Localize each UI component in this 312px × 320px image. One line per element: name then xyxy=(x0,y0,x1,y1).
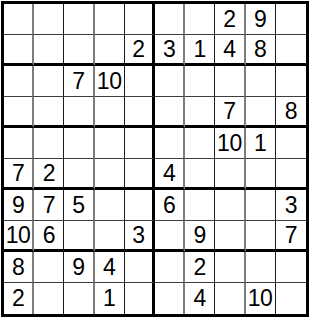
cell-r7c7[interactable] xyxy=(185,190,215,221)
cell-r4c5[interactable] xyxy=(125,97,155,128)
cell-r1c6[interactable] xyxy=(155,4,185,35)
cell-r2c8[interactable]: 4 xyxy=(215,35,245,66)
cell-r7c4[interactable] xyxy=(95,190,125,221)
cell-r6c2[interactable]: 2 xyxy=(34,159,64,190)
cell-r1c7[interactable] xyxy=(185,4,215,35)
cell-r5c4[interactable] xyxy=(95,128,125,159)
cell-r8c7[interactable]: 9 xyxy=(185,221,215,252)
cell-r4c10[interactable]: 8 xyxy=(276,97,306,128)
cell-r4c7[interactable] xyxy=(185,97,215,128)
cell-r8c5[interactable]: 3 xyxy=(125,221,155,252)
cell-r10c10[interactable] xyxy=(276,283,306,314)
cell-r4c9[interactable] xyxy=(246,97,276,128)
cell-r3c7[interactable] xyxy=(185,66,215,97)
cell-r10c7[interactable]: 4 xyxy=(185,283,215,314)
cell-r2c6[interactable]: 3 xyxy=(155,35,185,66)
cell-r10c1[interactable]: 2 xyxy=(4,283,34,314)
cell-r8c2[interactable]: 6 xyxy=(34,221,64,252)
cell-r3c10[interactable] xyxy=(276,66,306,97)
cell-r8c6[interactable] xyxy=(155,221,185,252)
cell-r8c9[interactable] xyxy=(246,221,276,252)
cell-r9c2[interactable] xyxy=(34,252,64,283)
cell-r9c4[interactable]: 4 xyxy=(95,252,125,283)
cell-r5c3[interactable] xyxy=(64,128,94,159)
cell-r4c2[interactable] xyxy=(34,97,64,128)
cell-r6c10[interactable] xyxy=(276,159,306,190)
cell-r5c6[interactable] xyxy=(155,128,185,159)
cell-r4c6[interactable] xyxy=(155,97,185,128)
cell-r3c2[interactable] xyxy=(34,66,64,97)
cell-r1c5[interactable] xyxy=(125,4,155,35)
cell-r10c9[interactable]: 10 xyxy=(246,283,276,314)
cell-r10c8[interactable] xyxy=(215,283,245,314)
cell-r9c9[interactable] xyxy=(246,252,276,283)
cell-r3c9[interactable] xyxy=(246,66,276,97)
cell-r2c3[interactable] xyxy=(64,35,94,66)
cell-r6c6[interactable]: 4 xyxy=(155,159,185,190)
cell-r6c1[interactable]: 7 xyxy=(4,159,34,190)
cell-r9c7[interactable]: 2 xyxy=(185,252,215,283)
cell-r7c10[interactable]: 3 xyxy=(276,190,306,221)
cell-r3c1[interactable] xyxy=(4,66,34,97)
cell-r4c1[interactable] xyxy=(4,97,34,128)
cell-r7c2[interactable]: 7 xyxy=(34,190,64,221)
cell-r4c8[interactable]: 7 xyxy=(215,97,245,128)
cell-r7c5[interactable] xyxy=(125,190,155,221)
cell-r9c1[interactable]: 8 xyxy=(4,252,34,283)
cell-r6c4[interactable] xyxy=(95,159,125,190)
cell-r7c8[interactable] xyxy=(215,190,245,221)
cell-r6c3[interactable] xyxy=(64,159,94,190)
cell-r8c4[interactable] xyxy=(95,221,125,252)
cell-r9c5[interactable] xyxy=(125,252,155,283)
cell-r2c1[interactable] xyxy=(4,35,34,66)
cell-r5c2[interactable] xyxy=(34,128,64,159)
cell-r10c6[interactable] xyxy=(155,283,185,314)
cell-r1c4[interactable] xyxy=(95,4,125,35)
cell-r2c4[interactable] xyxy=(95,35,125,66)
cell-r2c10[interactable] xyxy=(276,35,306,66)
cell-r9c8[interactable] xyxy=(215,252,245,283)
cell-r5c10[interactable] xyxy=(276,128,306,159)
cell-r1c9[interactable]: 9 xyxy=(246,4,276,35)
cell-r3c4[interactable]: 10 xyxy=(95,66,125,97)
cell-r10c2[interactable] xyxy=(34,283,64,314)
cell-r3c6[interactable] xyxy=(155,66,185,97)
cell-r4c3[interactable] xyxy=(64,97,94,128)
cell-r2c9[interactable]: 8 xyxy=(246,35,276,66)
cell-r1c3[interactable] xyxy=(64,4,94,35)
cell-r10c3[interactable] xyxy=(64,283,94,314)
cell-r9c3[interactable]: 9 xyxy=(64,252,94,283)
cell-r5c7[interactable] xyxy=(185,128,215,159)
cell-r7c6[interactable]: 6 xyxy=(155,190,185,221)
cell-r5c5[interactable] xyxy=(125,128,155,159)
cell-r8c8[interactable] xyxy=(215,221,245,252)
cell-r10c5[interactable] xyxy=(125,283,155,314)
cell-r1c1[interactable] xyxy=(4,4,34,35)
cell-r10c4[interactable]: 1 xyxy=(95,283,125,314)
cell-r2c5[interactable]: 2 xyxy=(125,35,155,66)
sudoku-board: 2 9 2 3 1 4 8 7 10 7 8 10 1 7 2 4 9 7 xyxy=(1,1,309,317)
cell-r9c10[interactable] xyxy=(276,252,306,283)
cell-r7c3[interactable]: 5 xyxy=(64,190,94,221)
cell-r7c1[interactable]: 9 xyxy=(4,190,34,221)
cell-r6c8[interactable] xyxy=(215,159,245,190)
cell-r3c3[interactable]: 7 xyxy=(64,66,94,97)
cell-r6c5[interactable] xyxy=(125,159,155,190)
cell-r1c2[interactable] xyxy=(34,4,64,35)
cell-r6c7[interactable] xyxy=(185,159,215,190)
cell-r8c3[interactable] xyxy=(64,221,94,252)
cell-r2c7[interactable]: 1 xyxy=(185,35,215,66)
cell-r8c10[interactable]: 7 xyxy=(276,221,306,252)
cell-r9c6[interactable] xyxy=(155,252,185,283)
cell-r5c9[interactable]: 1 xyxy=(246,128,276,159)
cell-r8c1[interactable]: 10 xyxy=(4,221,34,252)
cell-r3c8[interactable] xyxy=(215,66,245,97)
cell-r4c4[interactable] xyxy=(95,97,125,128)
cell-r7c9[interactable] xyxy=(246,190,276,221)
cell-r1c10[interactable] xyxy=(276,4,306,35)
cell-r1c8[interactable]: 2 xyxy=(215,4,245,35)
cell-r5c8[interactable]: 10 xyxy=(215,128,245,159)
cell-r5c1[interactable] xyxy=(4,128,34,159)
cell-r3c5[interactable] xyxy=(125,66,155,97)
cell-r6c9[interactable] xyxy=(246,159,276,190)
cell-r2c2[interactable] xyxy=(34,35,64,66)
